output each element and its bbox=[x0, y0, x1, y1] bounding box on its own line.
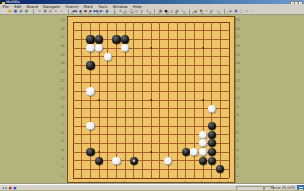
grid-line bbox=[177, 22, 178, 179]
stone-white bbox=[112, 157, 120, 165]
grid-line bbox=[73, 117, 230, 118]
coordinate-label: 12 bbox=[235, 80, 241, 84]
stone-black bbox=[208, 122, 216, 130]
coordinate-label: 9 bbox=[235, 106, 241, 110]
window-title: MultiGo bbox=[6, 0, 20, 4]
coordinate-label: S bbox=[216, 12, 222, 16]
grid-line bbox=[229, 22, 230, 179]
stone-white bbox=[95, 44, 103, 52]
coordinate-label: 10 bbox=[60, 97, 66, 101]
coordinate-label: 10 bbox=[235, 97, 241, 101]
coordinate-label: K bbox=[147, 12, 153, 16]
status-nav-indicators: ◂▸●● bbox=[2, 186, 16, 191]
stone-black bbox=[86, 61, 94, 69]
coordinate-label: 19 bbox=[60, 19, 66, 23]
coordinate-label: 11 bbox=[60, 88, 66, 92]
coordinate-label: B bbox=[78, 12, 84, 16]
coordinate-label: 18 bbox=[235, 28, 241, 32]
coordinate-label: 7 bbox=[235, 123, 241, 127]
coordinate-label: J bbox=[138, 12, 144, 16]
toolbar-group: ✕▣▤✕« bbox=[33, 9, 64, 14]
coordinate-label: 15 bbox=[60, 54, 66, 58]
coordinate-label: 13 bbox=[235, 71, 241, 75]
star-point bbox=[98, 151, 100, 153]
star-point bbox=[150, 47, 152, 49]
coordinate-label: N bbox=[173, 12, 179, 16]
coordinate-label: 14 bbox=[60, 62, 66, 66]
coordinate-label: 3 bbox=[235, 158, 241, 162]
grid-line bbox=[168, 22, 169, 179]
coordinate-label: A bbox=[69, 12, 75, 16]
stone-white bbox=[164, 157, 172, 165]
coordinate-label: 5 bbox=[235, 140, 241, 144]
stone-white bbox=[86, 44, 94, 52]
grid-line bbox=[73, 169, 230, 170]
coordinate-label: M bbox=[164, 12, 170, 16]
status-black-dot-icon: ● bbox=[9, 186, 12, 191]
stone-white bbox=[199, 148, 207, 156]
stone-black bbox=[86, 148, 94, 156]
coordinate-label: L bbox=[156, 12, 162, 16]
coordinate-label: 16 bbox=[235, 45, 241, 49]
coordinate-label: D bbox=[95, 12, 101, 16]
last-move-marker bbox=[133, 160, 135, 162]
coordinate-label: 17 bbox=[60, 36, 66, 40]
coordinate-label: C bbox=[86, 12, 92, 16]
star-point bbox=[202, 47, 204, 49]
status-next-icon: ▸ bbox=[5, 186, 7, 191]
coordinate-label: E bbox=[104, 12, 110, 16]
status-cell bbox=[236, 186, 264, 190]
status-white-dot-icon: ● bbox=[13, 186, 16, 191]
coordinate-label: 2 bbox=[235, 166, 241, 170]
coordinate-label: 3 bbox=[60, 158, 66, 162]
coordinate-label: 13 bbox=[60, 71, 66, 75]
undo-icon[interactable]: « bbox=[59, 9, 64, 14]
stone-black bbox=[208, 139, 216, 147]
stone-white bbox=[86, 122, 94, 130]
stone-black bbox=[95, 35, 103, 43]
stone-black bbox=[208, 131, 216, 139]
coordinate-label: 12 bbox=[60, 80, 66, 84]
zoom-out-icon[interactable]: − bbox=[249, 9, 254, 14]
coordinate-label: 2 bbox=[60, 166, 66, 170]
coordinate-label: 11 bbox=[235, 88, 241, 92]
export-icon[interactable]: ■ bbox=[24, 9, 29, 14]
coordinate-label: 15 bbox=[235, 54, 241, 58]
star-point bbox=[98, 99, 100, 101]
stone-white bbox=[121, 44, 129, 52]
star-point bbox=[150, 99, 152, 101]
stone-white bbox=[86, 87, 94, 95]
coordinate-label: 16 bbox=[60, 45, 66, 49]
coordinate-label: Q bbox=[199, 12, 205, 16]
stone-black bbox=[199, 157, 207, 165]
stone-white bbox=[208, 105, 216, 113]
coordinate-label: R bbox=[208, 12, 214, 16]
stone-black bbox=[121, 35, 129, 43]
coordinate-label: P bbox=[190, 12, 196, 16]
grid-line bbox=[73, 178, 230, 179]
coordinate-label: 8 bbox=[60, 114, 66, 118]
coordinate-label: 17 bbox=[235, 36, 241, 40]
grid-line bbox=[220, 22, 221, 179]
coordinate-label: T bbox=[225, 12, 231, 16]
coordinate-label: O bbox=[182, 12, 188, 16]
coordinate-label: 1 bbox=[235, 175, 241, 179]
grid-line bbox=[159, 22, 160, 179]
coordinate-label: 8 bbox=[235, 114, 241, 118]
resize-grip[interactable] bbox=[297, 185, 304, 190]
stone-black bbox=[130, 157, 138, 165]
coordinate-label: 18 bbox=[60, 28, 66, 32]
stone-black bbox=[208, 148, 216, 156]
coordinate-label: F bbox=[112, 12, 118, 16]
coordinate-label: 6 bbox=[60, 132, 66, 136]
coordinate-label: 7 bbox=[60, 123, 66, 127]
toolbar-group: □■■■■ bbox=[2, 9, 29, 14]
coordinate-label: 6 bbox=[235, 132, 241, 136]
go-board[interactable] bbox=[67, 16, 235, 183]
coordinate-label: H bbox=[130, 12, 136, 16]
coordinate-label: 19 bbox=[235, 19, 241, 23]
star-point bbox=[202, 99, 204, 101]
coordinate-label: 14 bbox=[235, 62, 241, 66]
coordinate-label: 5 bbox=[60, 140, 66, 144]
status-prev-icon: ◂ bbox=[2, 186, 4, 191]
coordinate-label: 4 bbox=[60, 149, 66, 153]
stone-white bbox=[199, 131, 207, 139]
stone-white bbox=[190, 148, 198, 156]
status-move-text: Move 29 (H3) bbox=[271, 186, 295, 191]
status-bar: ◂▸●● Move 29 (H3) bbox=[0, 184, 304, 190]
grid-line bbox=[73, 126, 230, 127]
coordinate-label: 9 bbox=[60, 106, 66, 110]
stone-white bbox=[199, 139, 207, 147]
coordinate-label: G bbox=[121, 12, 127, 16]
stone-black bbox=[182, 148, 190, 156]
star-point bbox=[150, 151, 152, 153]
stone-black bbox=[216, 165, 224, 173]
coordinate-label: 4 bbox=[235, 149, 241, 153]
stone-black bbox=[112, 35, 120, 43]
stone-white bbox=[104, 53, 112, 61]
stone-black bbox=[208, 157, 216, 165]
stone-black bbox=[86, 35, 94, 43]
grid-line bbox=[73, 108, 230, 109]
coordinate-label: 1 bbox=[60, 175, 66, 179]
stone-black bbox=[95, 157, 103, 165]
